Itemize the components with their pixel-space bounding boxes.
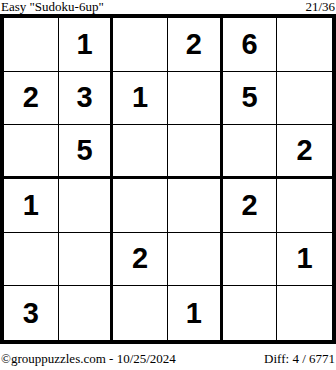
given-digit: 2 bbox=[132, 242, 148, 275]
cell-r2c6[interactable] bbox=[277, 72, 332, 126]
cell-r1c5[interactable]: 6 bbox=[223, 18, 278, 72]
cell-r5c3[interactable]: 2 bbox=[113, 233, 168, 287]
cell-r2c2[interactable]: 3 bbox=[59, 72, 114, 126]
given-digit: 2 bbox=[186, 28, 202, 61]
cell-r3c6[interactable]: 2 bbox=[277, 125, 332, 179]
given-digit: 6 bbox=[241, 28, 257, 61]
cell-r4c4[interactable] bbox=[168, 179, 223, 233]
given-digit: 1 bbox=[23, 189, 39, 222]
cell-r3c5[interactable] bbox=[223, 125, 278, 179]
copyright-text: ©grouppuzzles.com - 10/25/2024 bbox=[1, 351, 176, 366]
cell-r1c4[interactable]: 2 bbox=[168, 18, 223, 72]
cell-r3c2[interactable]: 5 bbox=[59, 125, 114, 179]
cell-r2c3[interactable]: 1 bbox=[113, 72, 168, 126]
cell-r2c5[interactable]: 5 bbox=[223, 72, 278, 126]
cell-r6c5[interactable] bbox=[223, 286, 278, 340]
cell-r4c5[interactable]: 2 bbox=[223, 179, 278, 233]
cell-r5c2[interactable] bbox=[59, 233, 114, 287]
cell-r3c4[interactable] bbox=[168, 125, 223, 179]
cell-r5c1[interactable] bbox=[4, 233, 59, 287]
cell-r4c2[interactable] bbox=[59, 179, 114, 233]
given-digit: 1 bbox=[186, 297, 202, 330]
cell-r1c2[interactable]: 1 bbox=[59, 18, 114, 72]
cell-r6c6[interactable] bbox=[277, 286, 332, 340]
cell-r4c6[interactable] bbox=[277, 179, 332, 233]
cell-r1c3[interactable] bbox=[113, 18, 168, 72]
given-digit: 5 bbox=[241, 81, 257, 114]
sudoku-board: 126231552122131 bbox=[0, 14, 336, 344]
puzzle-counter: 21/36 bbox=[305, 0, 335, 14]
cell-r3c3[interactable] bbox=[113, 125, 168, 179]
cell-r4c3[interactable] bbox=[113, 179, 168, 233]
difficulty-text: Diff: 4 / 6771 bbox=[264, 351, 335, 366]
cell-r4c1[interactable]: 1 bbox=[4, 179, 59, 233]
given-digit: 2 bbox=[297, 134, 313, 167]
footer: ©grouppuzzles.com - 10/25/2024 Diff: 4 /… bbox=[0, 344, 336, 366]
puzzle-title: Easy "Sudoku-6up" bbox=[1, 0, 104, 14]
puzzle-page: Easy "Sudoku-6up" 21/36 126231552122131 … bbox=[0, 0, 336, 370]
header: Easy "Sudoku-6up" 21/36 bbox=[0, 0, 336, 14]
cell-r6c3[interactable] bbox=[113, 286, 168, 340]
cell-r5c6[interactable]: 1 bbox=[277, 233, 332, 287]
given-digit: 3 bbox=[76, 81, 92, 114]
given-digit: 2 bbox=[23, 81, 39, 114]
given-digit: 1 bbox=[297, 242, 313, 275]
cell-r1c1[interactable] bbox=[4, 18, 59, 72]
cell-r6c2[interactable] bbox=[59, 286, 114, 340]
given-digit: 5 bbox=[76, 134, 92, 167]
cell-r1c6[interactable] bbox=[277, 18, 332, 72]
cell-r2c1[interactable]: 2 bbox=[4, 72, 59, 126]
cell-r5c4[interactable] bbox=[168, 233, 223, 287]
cell-r2c4[interactable] bbox=[168, 72, 223, 126]
cell-r6c4[interactable]: 1 bbox=[168, 286, 223, 340]
cell-r6c1[interactable]: 3 bbox=[4, 286, 59, 340]
cell-r3c1[interactable] bbox=[4, 125, 59, 179]
cell-r5c5[interactable] bbox=[223, 233, 278, 287]
given-digit: 3 bbox=[23, 297, 39, 330]
given-digit: 1 bbox=[76, 28, 92, 61]
given-digit: 1 bbox=[132, 81, 148, 114]
given-digit: 2 bbox=[241, 189, 257, 222]
